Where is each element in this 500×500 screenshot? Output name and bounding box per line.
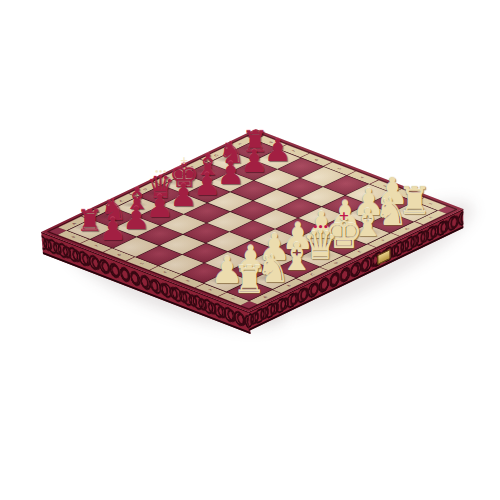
red-queen-tip-accent: •••: [155, 169, 167, 176]
piece-red-pawn-a7[interactable]: ♟: [99, 214, 127, 245]
cream-king-tip-accent: +: [338, 208, 349, 221]
cream-queen-tip-accent: •••: [313, 223, 329, 232]
red-king-tip-accent: +: [180, 155, 189, 165]
pieces-layer: ♜♞♝♛•••♚+♝♞♜♟♟♟♟♟♟♟♟♟♟♟♟♟♟♟♟♜♞♝♛•••♚+♝♞♜: [0, 0, 500, 500]
piece-cream-rook-a1[interactable]: ♜: [233, 261, 267, 299]
chess-set-photo: ABCDEFGH ABCDEFGH 87654321 87654321 ♜♞♝♛…: [0, 0, 500, 500]
